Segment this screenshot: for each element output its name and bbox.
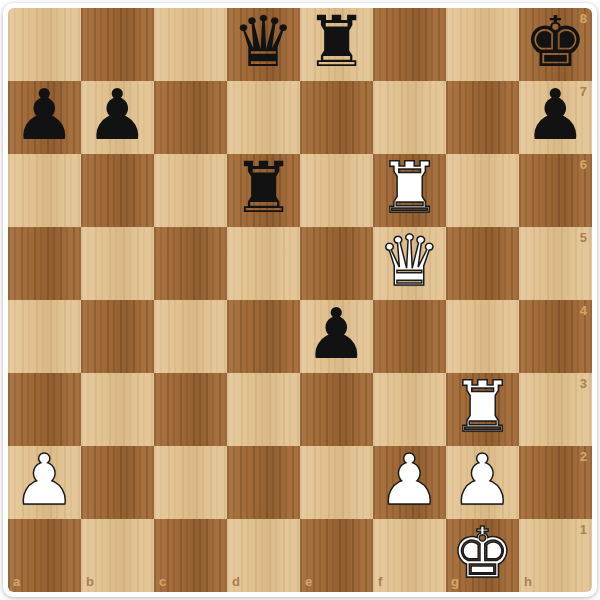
square-c2[interactable] — [154, 446, 227, 519]
square-g2[interactable]: ♟ — [446, 446, 519, 519]
rank-label-3: 3 — [580, 377, 587, 390]
rank-label-6: 6 — [580, 158, 587, 171]
square-h6[interactable]: 6 — [519, 154, 592, 227]
square-e2[interactable] — [300, 446, 373, 519]
piece-black-king-h8[interactable]: ♚ — [524, 8, 587, 79]
file-label-b: b — [86, 575, 94, 588]
square-d6[interactable]: ♜ — [227, 154, 300, 227]
square-d3[interactable] — [227, 373, 300, 446]
square-c4[interactable] — [154, 300, 227, 373]
square-d1[interactable]: d — [227, 519, 300, 592]
square-g1[interactable]: g♚ — [446, 519, 519, 592]
piece-white-pawn-g2[interactable]: ♟ — [451, 444, 514, 517]
piece-white-rook-g3[interactable]: ♜ — [451, 371, 514, 444]
file-label-f: f — [378, 575, 382, 588]
file-label-d: d — [232, 575, 240, 588]
square-c7[interactable] — [154, 81, 227, 154]
square-c3[interactable] — [154, 373, 227, 446]
piece-white-pawn-a2[interactable]: ♟ — [13, 444, 76, 517]
square-b1[interactable]: b — [81, 519, 154, 592]
square-b5[interactable] — [81, 227, 154, 300]
square-h5[interactable]: 5 — [519, 227, 592, 300]
piece-black-pawn-e4[interactable]: ♟ — [305, 298, 368, 371]
square-c6[interactable] — [154, 154, 227, 227]
square-h3[interactable]: 3 — [519, 373, 592, 446]
square-a3[interactable] — [8, 373, 81, 446]
square-h1[interactable]: h1 — [519, 519, 592, 592]
file-label-c: c — [159, 575, 166, 588]
square-c1[interactable]: c — [154, 519, 227, 592]
square-e5[interactable] — [300, 227, 373, 300]
file-label-h: h — [524, 575, 532, 588]
rank-label-4: 4 — [580, 304, 587, 317]
rank-label-2: 2 — [580, 450, 587, 463]
square-c8[interactable] — [154, 8, 227, 81]
square-b8[interactable] — [81, 8, 154, 81]
file-label-a: a — [13, 575, 20, 588]
rank-label-1: 1 — [580, 523, 587, 536]
square-a7[interactable]: ♟ — [8, 81, 81, 154]
square-c5[interactable] — [154, 227, 227, 300]
square-e7[interactable] — [300, 81, 373, 154]
square-f5[interactable]: ♛ — [373, 227, 446, 300]
file-label-e: e — [305, 575, 312, 588]
square-a4[interactable] — [8, 300, 81, 373]
square-a6[interactable] — [8, 154, 81, 227]
square-h8[interactable]: 8♚ — [519, 8, 592, 81]
square-g3[interactable]: ♜ — [446, 373, 519, 446]
square-b7[interactable]: ♟ — [81, 81, 154, 154]
piece-white-rook-f6[interactable]: ♜ — [378, 152, 441, 225]
piece-white-queen-f5[interactable]: ♛ — [378, 225, 441, 298]
square-b4[interactable] — [81, 300, 154, 373]
piece-black-pawn-h7[interactable]: ♟ — [524, 79, 587, 152]
piece-white-king-g1[interactable]: ♚ — [451, 517, 514, 590]
square-a1[interactable]: a — [8, 519, 81, 592]
piece-black-pawn-a7[interactable]: ♟ — [13, 79, 76, 152]
square-f3[interactable] — [373, 373, 446, 446]
square-h4[interactable]: 4 — [519, 300, 592, 373]
square-e8[interactable]: ♜ — [300, 8, 373, 81]
square-g8[interactable] — [446, 8, 519, 81]
square-b6[interactable] — [81, 154, 154, 227]
chess-board: ♛♜8♚♟♟7♟♜♜6♛5♟4♜3♟♟♟2abcdefg♚h1 — [8, 8, 592, 592]
square-e3[interactable] — [300, 373, 373, 446]
square-h2[interactable]: 2 — [519, 446, 592, 519]
piece-black-pawn-b7[interactable]: ♟ — [86, 79, 149, 152]
square-a8[interactable] — [8, 8, 81, 81]
square-d7[interactable] — [227, 81, 300, 154]
square-a5[interactable] — [8, 227, 81, 300]
square-g5[interactable] — [446, 227, 519, 300]
square-e6[interactable] — [300, 154, 373, 227]
square-e1[interactable]: e — [300, 519, 373, 592]
rank-label-5: 5 — [580, 231, 587, 244]
square-f6[interactable]: ♜ — [373, 154, 446, 227]
square-f4[interactable] — [373, 300, 446, 373]
square-d8[interactable]: ♛ — [227, 8, 300, 81]
square-f8[interactable] — [373, 8, 446, 81]
square-g6[interactable] — [446, 154, 519, 227]
square-g7[interactable] — [446, 81, 519, 154]
square-d5[interactable] — [227, 227, 300, 300]
square-e4[interactable]: ♟ — [300, 300, 373, 373]
square-d4[interactable] — [227, 300, 300, 373]
square-g4[interactable] — [446, 300, 519, 373]
square-f1[interactable]: f — [373, 519, 446, 592]
square-a2[interactable]: ♟ — [8, 446, 81, 519]
square-f7[interactable] — [373, 81, 446, 154]
square-h7[interactable]: 7♟ — [519, 81, 592, 154]
piece-black-rook-d6[interactable]: ♜ — [232, 152, 295, 225]
piece-black-queen-d8[interactable]: ♛ — [232, 8, 295, 79]
square-f2[interactable]: ♟ — [373, 446, 446, 519]
square-b2[interactable] — [81, 446, 154, 519]
piece-white-pawn-f2[interactable]: ♟ — [378, 444, 441, 517]
piece-black-rook-e8[interactable]: ♜ — [305, 8, 368, 79]
square-b3[interactable] — [81, 373, 154, 446]
square-d2[interactable] — [227, 446, 300, 519]
